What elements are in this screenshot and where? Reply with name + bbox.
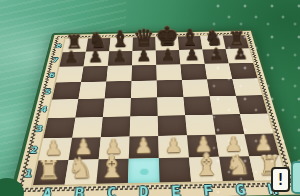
square-h6[interactable]	[229, 63, 258, 79]
white-knight-g1[interactable]: ♞	[222, 151, 254, 179]
square-b4[interactable]	[75, 98, 104, 117]
file-label-d: D	[127, 182, 160, 196]
square-g5[interactable]	[207, 79, 236, 96]
black-pawn-c7[interactable]: ♟	[108, 48, 132, 65]
square-e1[interactable]	[159, 157, 191, 182]
white-bishop-c1[interactable]: ♝	[96, 152, 128, 182]
square-c4[interactable]	[103, 98, 131, 117]
square-a4[interactable]	[48, 99, 78, 118]
file-label-g: G	[223, 180, 259, 196]
square-d6[interactable]	[131, 65, 156, 81]
square-d7[interactable]: ♟	[132, 50, 156, 65]
square-d1[interactable]	[128, 158, 160, 183]
square-f6[interactable]	[180, 64, 207, 80]
square-d2[interactable]: ♟	[129, 136, 159, 159]
file-label-b: B	[62, 184, 96, 196]
square-f3[interactable]	[185, 115, 216, 136]
black-pawn-d7[interactable]: ♟	[132, 48, 156, 65]
black-pawn-a7[interactable]: ♟	[59, 49, 83, 66]
black-pawn-g7[interactable]: ♟	[204, 46, 228, 63]
square-a5[interactable]	[52, 82, 81, 100]
square-a6[interactable]	[56, 66, 84, 82]
board-green-trim: 87654321 ♜♞♝♛♚♝♞♜♟♟♟♟♟♟♟♟♟♟♟♟♟♟♟♟♜♞♝♝♞♜ …	[7, 29, 300, 196]
file-label-f: F	[191, 181, 225, 196]
chess-board: 87654321 ♜♞♝♛♚♝♞♜♟♟♟♟♟♟♟♟♟♟♟♟♟♟♟♟♜♞♝♝♞♜ …	[7, 29, 300, 196]
square-c6[interactable]	[106, 65, 132, 81]
square-e5[interactable]	[157, 80, 184, 97]
game-screen: 87654321 ♜♞♝♛♚♝♞♜♟♟♟♟♟♟♟♟♟♟♟♟♟♟♟♟♜♞♝♝♞♜ …	[0, 0, 300, 196]
square-c7[interactable]: ♟	[108, 51, 133, 66]
square-f5[interactable]	[182, 79, 210, 96]
square-g6[interactable]	[205, 63, 233, 79]
file-label-c: C	[95, 183, 128, 196]
square-e4[interactable]	[157, 97, 185, 116]
square-f1[interactable]: ♝	[189, 157, 223, 182]
square-c1[interactable]: ♝	[96, 159, 128, 184]
square-g7[interactable]: ♟	[202, 49, 228, 64]
square-b7[interactable]: ♟	[84, 51, 110, 66]
alert-label: !	[276, 171, 285, 189]
square-g1[interactable]: ♞	[219, 156, 254, 181]
square-b3[interactable]	[72, 117, 103, 138]
square-b1[interactable]: ♞	[65, 159, 99, 184]
square-g4[interactable]	[210, 96, 240, 115]
square-h7[interactable]: ♟	[226, 48, 253, 63]
square-a3[interactable]	[43, 118, 75, 139]
white-knight-b1[interactable]: ♞	[64, 154, 96, 182]
black-pawn-h7[interactable]: ♟	[228, 46, 252, 63]
board-frame: 87654321 ♜♞♝♛♚♝♞♜♟♟♟♟♟♟♟♟♟♟♟♟♟♟♟♟♜♞♝♝♞♜ …	[12, 31, 300, 196]
white-pawn-d2[interactable]: ♟	[128, 137, 158, 158]
side-panel-edge[interactable]	[291, 161, 300, 194]
move-target-dot	[139, 168, 148, 175]
black-pawn-b7[interactable]: ♟	[83, 49, 107, 66]
white-pawn-e2[interactable]: ♟	[158, 136, 188, 157]
white-bishop-f1[interactable]: ♝	[190, 150, 222, 180]
white-rook-a1[interactable]: ♜	[33, 157, 65, 183]
file-label-a: A	[29, 184, 65, 196]
file-label-e: E	[160, 182, 193, 196]
square-g3[interactable]	[213, 114, 245, 135]
square-e6[interactable]	[156, 64, 182, 80]
square-b5[interactable]	[78, 81, 106, 99]
square-f4[interactable]	[183, 96, 212, 115]
black-pawn-e7[interactable]: ♟	[156, 47, 180, 64]
square-a7[interactable]: ♟	[59, 52, 86, 67]
square-e3[interactable]	[158, 115, 187, 136]
square-h4[interactable]	[236, 95, 267, 114]
square-c5[interactable]	[105, 81, 132, 99]
square-e2[interactable]: ♟	[158, 135, 189, 158]
square-f7[interactable]: ♟	[179, 49, 205, 64]
square-b6[interactable]	[81, 66, 108, 82]
square-h3[interactable]	[240, 114, 273, 135]
square-e7[interactable]: ♟	[156, 50, 181, 65]
square-a1[interactable]: ♜	[33, 160, 69, 185]
black-pawn-f7[interactable]: ♟	[180, 47, 204, 64]
square-d3[interactable]	[130, 116, 159, 137]
square-d4[interactable]	[130, 97, 157, 116]
square-d5[interactable]	[131, 80, 157, 97]
square-h5[interactable]	[232, 78, 262, 95]
alert-button[interactable]: !	[271, 167, 290, 192]
square-c3[interactable]	[101, 116, 130, 137]
board-grid: ♜♞♝♛♚♝♞♜♟♟♟♟♟♟♟♟♟♟♟♟♟♟♟♟♜♞♝♝♞♜	[33, 35, 286, 185]
